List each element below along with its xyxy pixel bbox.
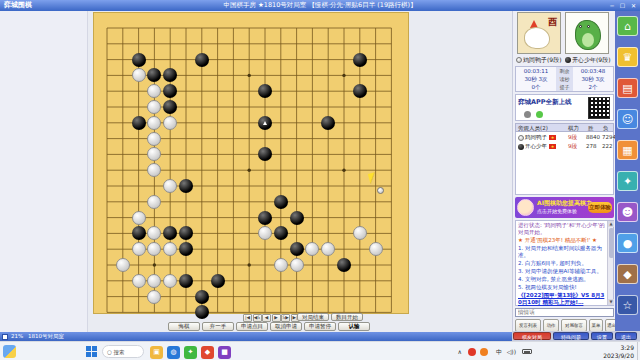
game-button-2[interactable]: 申请点目	[236, 322, 268, 331]
white-captures: 0个	[516, 83, 556, 91]
tray-chevron-icon[interactable]: ∧	[458, 342, 462, 360]
game-button-3[interactable]: 取消申请	[270, 322, 302, 331]
stone-white	[274, 258, 288, 272]
chat-lines: 进行状态: '鸡同鸭子'和'开心少年'的对局开始。★ 开通'围棋23年! 精品不…	[518, 222, 606, 307]
watcher-wins: 278	[586, 142, 597, 151]
window-controls[interactable]: ─ ☐ ✕	[610, 0, 638, 11]
watcher-rank: 9段	[568, 142, 577, 151]
ad-banner[interactable]: AI围棋助您提高棋力 点击开始免费体验 立即体验	[515, 197, 614, 218]
stone-black	[274, 195, 288, 209]
hover-stone-preview	[377, 187, 384, 194]
android-store-icon	[536, 111, 543, 118]
start-button[interactable]	[86, 346, 97, 357]
go-board[interactable]	[93, 12, 409, 314]
white-byoyomi: 30秒 3次	[516, 75, 556, 83]
qr-code	[588, 97, 610, 119]
timer-panel: 00:03:11 剩余 00:03:48 30秒 3次 读秒 30秒 3次 0个…	[515, 66, 614, 92]
stone-black	[179, 274, 193, 288]
byoyomi-label: 读秒	[556, 75, 573, 83]
friends-icon[interactable]: ☻	[617, 202, 638, 222]
stone-black	[353, 53, 367, 67]
scroll-thumb[interactable]	[609, 228, 614, 258]
watchers-title: 旁观人员(2)	[518, 124, 548, 132]
time-label: 剩余	[556, 67, 573, 75]
rooster-body-icon	[524, 27, 550, 49]
stone-black	[321, 116, 335, 130]
black-byoyomi: 30秒 3次	[573, 75, 613, 83]
stone-white	[147, 132, 161, 146]
black-player-avatar	[565, 12, 609, 54]
col-wins: 胜	[588, 124, 594, 132]
search-input[interactable]: ○ 搜索	[102, 345, 144, 358]
app-promo-banner[interactable]: 弈城APP全新上线	[515, 94, 614, 121]
stone-black	[195, 53, 209, 67]
chat-line-notice: 4. 文明对弈, 禁止恶意逃跑。	[518, 276, 606, 283]
profile-icon[interactable]: ☺	[617, 109, 638, 129]
study-icon[interactable]: ▦	[617, 140, 638, 160]
stone-black	[290, 242, 304, 256]
window-button-bar: 棋友对局特殊问题设置退出	[512, 331, 640, 341]
chat-line-notice: 5. 祝两位棋友对局愉快!	[518, 284, 606, 291]
dragon-eye-icon	[587, 25, 590, 28]
black-stone-icon	[518, 144, 524, 150]
china-flag-icon: ★	[549, 144, 556, 149]
dragon-eye-icon	[579, 25, 582, 28]
chat-line-notice: 1. 对局开始和结束时间以服务器为准。	[518, 245, 606, 259]
stone-white	[132, 242, 146, 256]
language-indicator[interactable]: 中	[496, 342, 502, 360]
volume-icon[interactable]: ◁))	[507, 342, 516, 360]
stone-white	[132, 68, 146, 82]
stone-black	[290, 211, 304, 225]
chat-line-status: 进行状态: '鸡同鸭子'和'开心少年'的对局开始。	[518, 222, 606, 236]
game-top-button-0[interactable]: 对局结束	[297, 313, 329, 321]
clock-date: 2023/9/20	[603, 352, 634, 360]
dragon-belly-icon	[582, 33, 594, 47]
battery-icon[interactable]	[522, 349, 532, 354]
scroll-up-icon[interactable]: ▲	[608, 221, 614, 227]
ad-try-button[interactable]: 立即体验	[588, 202, 612, 213]
black-player-name: 开心少年(9段)	[565, 55, 611, 64]
black-time: 00:03:48	[573, 67, 613, 75]
chat-box[interactable]: 进行状态: '鸡同鸭子'和'开心少年'的对局开始。★ 开通'围棋23年! 精品不…	[515, 220, 614, 306]
watcher-wins: 8840	[586, 133, 600, 142]
room-title: 中国棋手房 ★1810号对局室 【慢棋·分先·黑贴6目半 (19路行棋)】	[0, 0, 640, 11]
col-losses: 负	[603, 124, 609, 132]
stone-white	[132, 211, 146, 225]
chat-scrollbar[interactable]: ▲ ▼	[607, 221, 613, 305]
stone-white	[147, 290, 161, 304]
stone-white	[163, 116, 177, 130]
app-purple-icon[interactable]: ■	[218, 346, 231, 359]
stone-black	[211, 274, 225, 288]
white-player-avatar: 酉	[517, 12, 561, 54]
watcher-losses: 222	[602, 142, 613, 151]
watcher-rank: 9段	[568, 133, 577, 142]
watchers-header: 旁观人员(2) 棋力 胜 负	[515, 123, 614, 132]
game-button-4[interactable]: 申请暂停	[304, 322, 336, 331]
white-player-name: 鸡同鸭子(9段)	[516, 55, 562, 64]
bottom-button-2[interactable]: 设置	[591, 332, 613, 340]
watchers-list[interactable]: 鸡同鸭子★9段88407294开心少年★9段278222	[515, 132, 614, 195]
watcher-name: 鸡同鸭子	[525, 134, 547, 140]
side-icon-strip: ⌂♛▤☺▦✦☻●◆☆	[615, 11, 640, 331]
sidebar: 酉 鸡同鸭子(9段) 开心少年(9段) 00:03:11 剩余 00:03:48…	[512, 11, 615, 331]
white-time: 00:03:11	[516, 67, 556, 75]
nav-button-4[interactable]: 5▶	[281, 314, 290, 322]
stone-white	[163, 274, 177, 288]
status-percent: 21%	[11, 332, 23, 341]
stone-black	[337, 258, 351, 272]
shop-icon[interactable]: ▤	[617, 78, 638, 98]
status-icon	[2, 334, 8, 340]
col-rank: 棋力	[568, 124, 579, 132]
stone-black	[195, 305, 209, 319]
taskbar: ○ 搜索 ∧ 中 ◁)) 3:29 2023/9/20 ▣◍✦◆■	[0, 341, 640, 360]
left-empty-panel	[0, 11, 88, 341]
folder-icon[interactable]: ▣	[150, 346, 163, 359]
app-red-icon[interactable]: ◆	[201, 346, 214, 359]
game-top-button-1[interactable]: 数目开始	[331, 313, 363, 321]
nav-button-0[interactable]: |◀	[243, 314, 252, 322]
watcher-row[interactable]: 开心少年★9段278222	[516, 142, 615, 151]
last-move-marker	[263, 121, 267, 125]
tray-app-orange-icon[interactable]	[480, 348, 488, 356]
ad-girl-avatar	[517, 199, 534, 216]
watcher-row[interactable]: 鸡同鸭子★9段88407294	[516, 133, 615, 142]
app-banner-text: 弈城APP全新上线	[518, 98, 572, 107]
event-icon[interactable]: ✦	[617, 171, 638, 191]
ad-line2: 点击开始免费体验	[537, 208, 577, 214]
game-button-1[interactable]: 弃一手	[202, 322, 234, 331]
browser-icon[interactable]: ◍	[167, 346, 180, 359]
stone-white	[116, 258, 130, 272]
stone-black	[195, 290, 209, 304]
black-stone-icon	[565, 57, 571, 63]
title-bar: 弈城围棋 中国棋手房 ★1810号对局室 【慢棋·分先·黑贴6目半 (19路行棋…	[0, 0, 640, 11]
rank-icon[interactable]: ♛	[617, 47, 638, 67]
bottom-button-1[interactable]: 特殊问题	[553, 332, 589, 340]
chat-line-promo: ★ 开通'围棋23年! 精品不断!' ★	[518, 237, 606, 244]
chat-input[interactable]	[515, 308, 614, 317]
hall-icon[interactable]: ⌂	[617, 16, 638, 36]
chat-line-notice: 3. 对局中请勿使用AI等辅助工具。	[518, 268, 606, 275]
ad-line1: AI围棋助您提高棋力	[537, 199, 592, 208]
clock-time: 3:29	[603, 344, 634, 352]
chat-line-notice: 2. 白方贴6目半, 超时判负。	[518, 260, 606, 267]
black-captures: 2个	[573, 83, 613, 91]
scroll-down-icon[interactable]: ▼	[608, 299, 614, 305]
game-button-5[interactable]: 认输	[338, 322, 370, 331]
stone-black	[132, 53, 146, 67]
status-strip: 21% 1810号对局室	[0, 332, 512, 341]
weather-widget-icon[interactable]	[3, 345, 16, 358]
board-panel: |◀◀5◀▶5▶▶|对局结束数目开始悔棋弃一手申请点目取消申请申请暂停认输	[88, 11, 512, 341]
chat-app-icon[interactable]: ✦	[184, 346, 197, 359]
watcher-name: 开心少年	[525, 143, 547, 149]
white-stone-icon	[516, 57, 522, 63]
watcher-losses: 7294	[602, 133, 616, 142]
nav-button-2[interactable]: ◀	[262, 314, 271, 322]
status-room-label: 1810号对局室	[28, 332, 64, 341]
stone-black	[258, 116, 272, 130]
game-button-0[interactable]: 悔棋	[168, 322, 200, 331]
white-stone-icon	[518, 135, 524, 141]
app-window: 弈城围棋 中国棋手房 ★1810号对局室 【慢棋·分先·黑贴6目半 (19路行棋…	[0, 0, 640, 360]
stone-white	[132, 274, 146, 288]
apple-store-icon	[524, 111, 531, 118]
stone-black	[132, 116, 146, 130]
rooster-stamp: 酉	[548, 16, 557, 29]
tray-app-red-icon[interactable]	[468, 348, 476, 356]
taskbar-clock[interactable]: 3:29 2023/9/20	[603, 344, 634, 359]
nav-button-3[interactable]: ▶	[272, 314, 281, 322]
stone-black	[258, 211, 272, 225]
stone-white	[290, 258, 304, 272]
captures-label: 提子	[556, 83, 573, 91]
club-icon[interactable]: ◆	[617, 264, 638, 284]
stone-white	[369, 242, 383, 256]
bottom-button-3[interactable]: 退出	[615, 332, 637, 340]
stone-black	[132, 226, 146, 240]
nav-button-1[interactable]: ◀5	[253, 314, 262, 322]
help-icon[interactable]: ☆	[617, 295, 638, 315]
chat-line-announce: 《[2022]围甲·第13轮》VS 8月30日10时 精彩马上开始!…	[518, 292, 606, 306]
stone-black	[353, 84, 367, 98]
china-flag-icon: ★	[549, 135, 556, 140]
world-icon[interactable]: ●	[617, 233, 638, 253]
stone-black	[179, 179, 193, 193]
bottom-button-0[interactable]: 棋友对局	[513, 332, 551, 340]
